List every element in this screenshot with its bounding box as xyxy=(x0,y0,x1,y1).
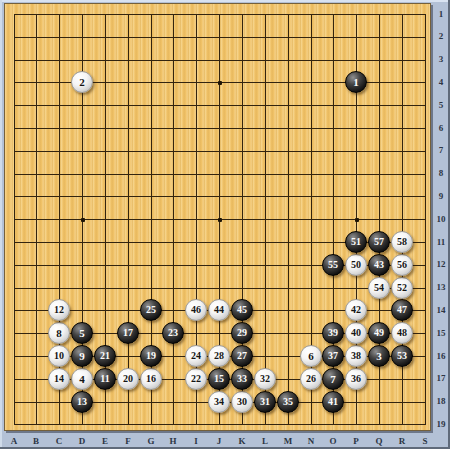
col-label-a: A xyxy=(7,436,21,446)
row-label-11: 11 xyxy=(434,237,448,247)
stone-number: 39 xyxy=(328,328,338,338)
col-label-i: I xyxy=(189,436,203,446)
row-label-5: 5 xyxy=(434,100,448,110)
stone-p15: 40 xyxy=(345,322,367,344)
stone-number: 22 xyxy=(191,374,201,384)
stone-r13: 52 xyxy=(391,277,413,299)
stone-number: 38 xyxy=(351,351,361,361)
row-label-7: 7 xyxy=(434,145,448,155)
stone-number: 17 xyxy=(123,328,133,338)
col-label-r: R xyxy=(395,436,409,446)
row-label-18: 18 xyxy=(434,396,448,406)
stone-r12: 56 xyxy=(391,254,413,276)
stone-number: 33 xyxy=(237,374,247,384)
stone-number: 21 xyxy=(100,351,110,361)
stone-c14: 12 xyxy=(48,299,70,321)
row-label-4: 4 xyxy=(434,77,448,87)
stone-number: 31 xyxy=(260,397,270,407)
col-label-k: K xyxy=(235,436,249,446)
stone-f17: 20 xyxy=(117,368,139,390)
col-label-n: N xyxy=(304,436,318,446)
col-label-s: S xyxy=(418,436,432,446)
grid-line xyxy=(14,60,426,61)
stone-k14: 45 xyxy=(231,299,253,321)
stone-number: 19 xyxy=(146,351,156,361)
stone-number: 4 xyxy=(79,374,85,385)
stone-k17: 33 xyxy=(231,368,253,390)
stone-number: 23 xyxy=(168,328,178,338)
star-point xyxy=(355,218,359,222)
row-label-16: 16 xyxy=(434,351,448,361)
stone-j14: 44 xyxy=(208,299,230,321)
stone-r14: 47 xyxy=(391,299,413,321)
stone-g17: 16 xyxy=(140,368,162,390)
frame-edge-top xyxy=(0,0,450,2)
stone-i16: 24 xyxy=(185,345,207,367)
stone-number: 13 xyxy=(77,397,87,407)
frame-edge-left xyxy=(0,0,2,449)
stone-r16: 53 xyxy=(391,345,413,367)
row-label-2: 2 xyxy=(434,31,448,41)
stone-o12: 55 xyxy=(322,254,344,276)
stone-number: 36 xyxy=(351,374,361,384)
stone-number: 24 xyxy=(191,351,201,361)
row-label-3: 3 xyxy=(434,54,448,64)
col-label-p: P xyxy=(349,436,363,446)
col-label-o: O xyxy=(326,436,340,446)
stone-number: 28 xyxy=(214,351,224,361)
stone-number: 35 xyxy=(283,397,293,407)
stone-p17: 36 xyxy=(345,368,367,390)
star-point xyxy=(218,218,222,222)
stone-c16: 10 xyxy=(48,345,70,367)
stone-n16: 6 xyxy=(300,345,322,367)
stone-number: 44 xyxy=(214,305,224,315)
col-label-g: G xyxy=(144,436,158,446)
stone-number: 12 xyxy=(54,305,64,315)
col-label-d: D xyxy=(75,436,89,446)
stone-e17: 11 xyxy=(94,368,116,390)
stone-l17: 32 xyxy=(254,368,276,390)
stone-number: 48 xyxy=(397,328,407,338)
stone-number: 56 xyxy=(397,260,407,270)
stone-k18: 30 xyxy=(231,391,253,413)
stone-d18: 13 xyxy=(71,391,93,413)
row-label-8: 8 xyxy=(434,168,448,178)
stone-number: 1 xyxy=(353,77,359,88)
stone-i14: 46 xyxy=(185,299,207,321)
stone-number: 54 xyxy=(374,283,384,293)
stone-number: 11 xyxy=(100,374,109,384)
stone-number: 25 xyxy=(146,305,156,315)
stone-o15: 39 xyxy=(322,322,344,344)
row-label-12: 12 xyxy=(434,259,448,269)
stone-number: 34 xyxy=(214,397,224,407)
stone-o18: 41 xyxy=(322,391,344,413)
stone-c17: 14 xyxy=(48,368,70,390)
grid-line xyxy=(14,128,426,129)
star-point xyxy=(218,81,222,85)
stone-number: 42 xyxy=(351,305,361,315)
stone-number: 57 xyxy=(374,237,384,247)
stone-q15: 49 xyxy=(368,322,390,344)
stone-d15: 5 xyxy=(71,322,93,344)
stone-p16: 38 xyxy=(345,345,367,367)
stone-g16: 19 xyxy=(140,345,162,367)
stone-r15: 48 xyxy=(391,322,413,344)
grid-line xyxy=(14,196,426,197)
stone-number: 52 xyxy=(397,283,407,293)
stone-k16: 27 xyxy=(231,345,253,367)
stone-number: 6 xyxy=(308,351,314,362)
stone-number: 45 xyxy=(237,305,247,315)
stone-number: 20 xyxy=(123,374,133,384)
grid-line xyxy=(14,14,426,15)
stone-l18: 31 xyxy=(254,391,276,413)
col-label-q: Q xyxy=(372,436,386,446)
stone-number: 8 xyxy=(56,328,62,339)
row-label-14: 14 xyxy=(434,305,448,315)
stone-number: 46 xyxy=(191,305,201,315)
stone-e16: 21 xyxy=(94,345,116,367)
row-label-17: 17 xyxy=(434,373,448,383)
stone-number: 15 xyxy=(214,374,224,384)
stone-number: 40 xyxy=(351,328,361,338)
stone-number: 29 xyxy=(237,328,247,338)
stone-d4: 2 xyxy=(71,71,93,93)
col-label-j: J xyxy=(212,436,226,446)
stone-i17: 22 xyxy=(185,368,207,390)
stone-m18: 35 xyxy=(277,391,299,413)
col-label-m: M xyxy=(281,436,295,446)
grid-line xyxy=(14,174,426,175)
grid-line xyxy=(14,151,426,152)
stone-number: 7 xyxy=(330,374,336,385)
stone-j18: 34 xyxy=(208,391,230,413)
stone-number: 43 xyxy=(374,260,384,270)
stone-p14: 42 xyxy=(345,299,367,321)
star-point xyxy=(81,218,85,222)
stone-j17: 15 xyxy=(208,368,230,390)
grid-line xyxy=(14,105,426,106)
stone-number: 10 xyxy=(54,351,64,361)
stone-p11: 51 xyxy=(345,231,367,253)
stone-number: 51 xyxy=(351,237,361,247)
stone-p4: 1 xyxy=(345,71,367,93)
row-label-19: 19 xyxy=(434,419,448,429)
row-label-6: 6 xyxy=(434,123,448,133)
stone-r11: 58 xyxy=(391,231,413,253)
stone-p12: 50 xyxy=(345,254,367,276)
stone-d17: 4 xyxy=(71,368,93,390)
stone-number: 5 xyxy=(79,328,85,339)
stone-n17: 26 xyxy=(300,368,322,390)
col-label-e: E xyxy=(98,436,112,446)
stone-q16: 3 xyxy=(368,345,390,367)
col-label-f: F xyxy=(121,436,135,446)
row-label-13: 13 xyxy=(434,282,448,292)
col-label-c: C xyxy=(52,436,66,446)
stone-number: 27 xyxy=(237,351,247,361)
stone-number: 47 xyxy=(397,305,407,315)
stone-number: 41 xyxy=(328,397,338,407)
stone-number: 49 xyxy=(374,328,384,338)
col-label-l: L xyxy=(258,436,272,446)
grid-line xyxy=(14,288,426,289)
stone-number: 26 xyxy=(306,374,316,384)
stone-number: 58 xyxy=(397,237,407,247)
stone-o17: 7 xyxy=(322,368,344,390)
stone-number: 30 xyxy=(237,397,247,407)
stone-g14: 25 xyxy=(140,299,162,321)
stone-k15: 29 xyxy=(231,322,253,344)
stone-number: 37 xyxy=(328,351,338,361)
stone-number: 9 xyxy=(79,351,85,362)
stone-h15: 23 xyxy=(162,322,184,344)
row-label-9: 9 xyxy=(434,191,448,201)
stone-f15: 17 xyxy=(117,322,139,344)
stone-j16: 28 xyxy=(208,345,230,367)
stone-q13: 54 xyxy=(368,277,390,299)
stone-q11: 57 xyxy=(368,231,390,253)
stone-number: 32 xyxy=(260,374,270,384)
stone-number: 14 xyxy=(54,374,64,384)
row-label-15: 15 xyxy=(434,328,448,338)
stone-d16: 9 xyxy=(71,345,93,367)
kifu-diagram: 1234567891011121314151617192021222324252… xyxy=(0,0,450,449)
row-label-10: 10 xyxy=(434,214,448,224)
stone-number: 2 xyxy=(79,77,85,88)
stone-c15: 8 xyxy=(48,322,70,344)
grid-line xyxy=(14,424,426,425)
stone-number: 55 xyxy=(328,260,338,270)
col-label-b: B xyxy=(29,436,43,446)
stone-number: 53 xyxy=(397,351,407,361)
stone-o16: 37 xyxy=(322,345,344,367)
col-label-h: H xyxy=(166,436,180,446)
grid-line xyxy=(14,37,426,38)
stone-number: 3 xyxy=(376,351,382,362)
stone-number: 16 xyxy=(146,374,156,384)
row-label-1: 1 xyxy=(434,9,448,19)
stone-q12: 43 xyxy=(368,254,390,276)
stone-number: 50 xyxy=(351,260,361,270)
